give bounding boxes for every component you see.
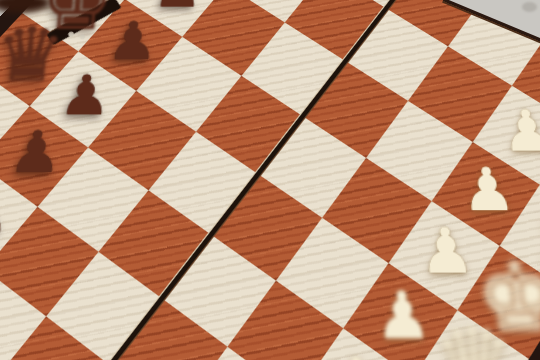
black-pawn-e7[interactable]: ♟ [106, 15, 159, 68]
black-pawn-b7[interactable]: ♟ [0, 182, 14, 243]
black-pawn-c7[interactable]: ♟ [7, 124, 65, 182]
white-pawn-f2[interactable]: ♟ [459, 160, 518, 220]
board-wrap: ♜♟♟♜♞♟♟♞♝♟♟♝♚♟♟♚♛♟♟♛♝♟♟♝♞♟♟♞♜♟♟♜ [0, 0, 540, 360]
white-pawn-c2[interactable]: ♟ [327, 349, 387, 360]
background-object [522, 2, 537, 12]
white-pawn-e2[interactable]: ♟ [417, 220, 476, 283]
black-pawn-d7[interactable]: ♟ [58, 68, 113, 123]
chess-board: ♜♟♟♜♞♟♟♞♝♟♟♝♚♟♟♚♛♟♟♛♝♟♟♝♞♟♟♞♜♟♟♜ [0, 0, 540, 360]
black-pawn-f7[interactable]: ♟ [152, 0, 203, 15]
white-pawn-d2[interactable]: ♟ [373, 283, 433, 349]
white-pawn-g2[interactable]: ♟ [499, 103, 540, 160]
chess-photo-scene: ♜♟♟♜♞♟♟♞♝♟♟♝♚♟♟♚♛♟♟♛♝♟♟♝♞♟♟♞♜♟♟♜ [0, 0, 540, 360]
white-queen-d1[interactable]: ♛ [431, 316, 519, 360]
